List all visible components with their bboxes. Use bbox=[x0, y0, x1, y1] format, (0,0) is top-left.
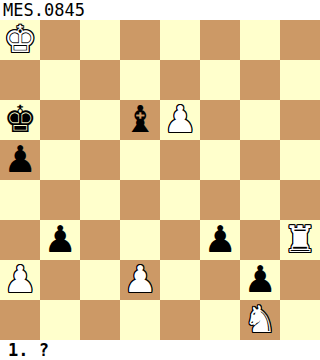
square-b2[interactable] bbox=[40, 260, 80, 300]
square-c7[interactable] bbox=[80, 60, 120, 100]
square-e6[interactable]: ♟︎ bbox=[160, 100, 200, 140]
square-b8[interactable] bbox=[40, 20, 80, 60]
square-c3[interactable] bbox=[80, 220, 120, 260]
square-e8[interactable] bbox=[160, 20, 200, 60]
square-g2[interactable]: ♟︎ bbox=[240, 260, 280, 300]
square-d3[interactable] bbox=[120, 220, 160, 260]
square-h7[interactable] bbox=[280, 60, 320, 100]
square-d8[interactable] bbox=[120, 20, 160, 60]
square-c4[interactable] bbox=[80, 180, 120, 220]
square-h3[interactable]: ♜︎ bbox=[280, 220, 320, 260]
square-h5[interactable] bbox=[280, 140, 320, 180]
square-f1[interactable] bbox=[200, 300, 240, 340]
square-h6[interactable] bbox=[280, 100, 320, 140]
square-b4[interactable] bbox=[40, 180, 80, 220]
square-f4[interactable] bbox=[200, 180, 240, 220]
square-a5[interactable]: ♟︎ bbox=[0, 140, 40, 180]
square-e7[interactable] bbox=[160, 60, 200, 100]
square-a6[interactable]: ♚︎ bbox=[0, 100, 40, 140]
square-g5[interactable] bbox=[240, 140, 280, 180]
white-knight[interactable]: ♞︎ bbox=[243, 300, 276, 340]
square-c5[interactable] bbox=[80, 140, 120, 180]
square-d6[interactable]: ♝︎ bbox=[120, 100, 160, 140]
square-a2[interactable]: ♟︎ bbox=[0, 260, 40, 300]
square-d1[interactable] bbox=[120, 300, 160, 340]
square-f8[interactable] bbox=[200, 20, 240, 60]
square-a8[interactable]: ♚︎ bbox=[0, 20, 40, 60]
chess-board: ♚︎♚︎♝︎♟︎♟︎♟︎♟︎♜︎♟︎♟︎♟︎♞︎ bbox=[0, 20, 320, 340]
square-b1[interactable] bbox=[40, 300, 80, 340]
square-g1[interactable]: ♞︎ bbox=[240, 300, 280, 340]
square-g4[interactable] bbox=[240, 180, 280, 220]
square-b5[interactable] bbox=[40, 140, 80, 180]
white-pawn[interactable]: ♟︎ bbox=[163, 100, 196, 140]
square-g3[interactable] bbox=[240, 220, 280, 260]
square-c8[interactable] bbox=[80, 20, 120, 60]
square-c6[interactable] bbox=[80, 100, 120, 140]
puzzle-id: MES.0845 bbox=[0, 0, 320, 20]
square-e4[interactable] bbox=[160, 180, 200, 220]
square-a4[interactable] bbox=[0, 180, 40, 220]
square-h4[interactable] bbox=[280, 180, 320, 220]
square-h8[interactable] bbox=[280, 20, 320, 60]
square-d4[interactable] bbox=[120, 180, 160, 220]
black-pawn[interactable]: ♟︎ bbox=[3, 140, 36, 180]
square-h2[interactable] bbox=[280, 260, 320, 300]
square-f5[interactable] bbox=[200, 140, 240, 180]
square-f6[interactable] bbox=[200, 100, 240, 140]
square-g7[interactable] bbox=[240, 60, 280, 100]
square-e3[interactable] bbox=[160, 220, 200, 260]
square-f2[interactable] bbox=[200, 260, 240, 300]
square-e2[interactable] bbox=[160, 260, 200, 300]
square-a3[interactable] bbox=[0, 220, 40, 260]
black-king[interactable]: ♚︎ bbox=[3, 100, 36, 140]
square-d2[interactable]: ♟︎ bbox=[120, 260, 160, 300]
square-c2[interactable] bbox=[80, 260, 120, 300]
square-a7[interactable] bbox=[0, 60, 40, 100]
square-g8[interactable] bbox=[240, 20, 280, 60]
square-a1[interactable] bbox=[0, 300, 40, 340]
black-bishop[interactable]: ♝︎ bbox=[123, 100, 156, 140]
black-pawn[interactable]: ♟︎ bbox=[43, 220, 76, 260]
square-e5[interactable] bbox=[160, 140, 200, 180]
white-pawn[interactable]: ♟︎ bbox=[123, 260, 156, 300]
square-g6[interactable] bbox=[240, 100, 280, 140]
square-b7[interactable] bbox=[40, 60, 80, 100]
square-f3[interactable]: ♟︎ bbox=[200, 220, 240, 260]
black-pawn[interactable]: ♟︎ bbox=[203, 220, 236, 260]
square-d7[interactable] bbox=[120, 60, 160, 100]
white-rook[interactable]: ♜︎ bbox=[283, 220, 316, 260]
square-e1[interactable] bbox=[160, 300, 200, 340]
square-h1[interactable] bbox=[280, 300, 320, 340]
white-king[interactable]: ♚︎ bbox=[3, 20, 36, 60]
square-c1[interactable] bbox=[80, 300, 120, 340]
square-f7[interactable] bbox=[200, 60, 240, 100]
white-pawn[interactable]: ♟︎ bbox=[3, 260, 36, 300]
square-b3[interactable]: ♟︎ bbox=[40, 220, 80, 260]
black-pawn[interactable]: ♟︎ bbox=[243, 260, 276, 300]
square-b6[interactable] bbox=[40, 100, 80, 140]
square-d5[interactable] bbox=[120, 140, 160, 180]
move-prompt: 1. ? bbox=[0, 340, 320, 360]
